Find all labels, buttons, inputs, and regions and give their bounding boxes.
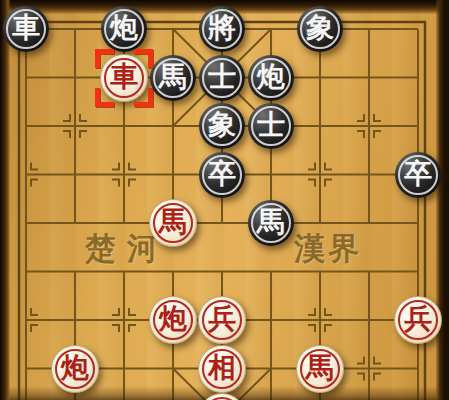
piece-label: 馬 — [159, 208, 187, 236]
piece-red-soldier[interactable]: 兵 — [198, 296, 246, 344]
piece-ring — [202, 58, 242, 98]
piece-label: 象 — [306, 14, 334, 42]
piece-label: 卒 — [404, 160, 432, 188]
piece-label: 炮 — [257, 63, 285, 91]
piece-ring — [202, 106, 242, 146]
piece-red-chariot[interactable]: 車 — [100, 54, 148, 102]
piece-black-elephant[interactable]: 象 — [199, 103, 245, 149]
piece-ring — [202, 349, 242, 389]
piece-label: 士 — [257, 111, 285, 139]
piece-black-advisor[interactable]: 士 — [199, 55, 245, 101]
piece-red-elephant[interactable]: 相 — [198, 345, 246, 393]
piece-ring — [153, 203, 193, 243]
piece-red-horse[interactable]: 馬 — [296, 345, 344, 393]
piece-ring — [55, 349, 95, 389]
piece-ring — [251, 106, 291, 146]
piece-ring — [398, 300, 438, 340]
piece-label: 兵 — [404, 305, 432, 333]
piece-red-cannon[interactable]: 炮 — [149, 296, 197, 344]
piece-ring — [300, 9, 340, 49]
piece-red-horse[interactable]: 馬 — [149, 199, 197, 247]
piece-ring — [202, 155, 242, 195]
piece-label: 馬 — [257, 208, 285, 236]
piece-label: 車 — [110, 63, 138, 91]
piece-label: 將 — [208, 14, 236, 42]
piece-label: 馬 — [159, 63, 187, 91]
piece-ring — [202, 300, 242, 340]
piece-black-soldier[interactable]: 卒 — [199, 152, 245, 198]
piece-ring — [251, 203, 291, 243]
piece-black-general[interactable]: 將 — [199, 6, 245, 52]
piece-label: 炮 — [159, 305, 187, 333]
piece-black-advisor[interactable]: 士 — [248, 103, 294, 149]
piece-ring — [300, 349, 340, 389]
piece-red-soldier[interactable]: 兵 — [394, 296, 442, 344]
piece-ring — [153, 300, 193, 340]
piece-black-horse[interactable]: 馬 — [150, 55, 196, 101]
piece-ring — [104, 58, 144, 98]
piece-ring — [251, 58, 291, 98]
piece-ring — [153, 58, 193, 98]
piece-black-cannon[interactable]: 炮 — [248, 55, 294, 101]
piece-ring — [202, 9, 242, 49]
piece-ring — [398, 155, 438, 195]
piece-label: 馬 — [306, 354, 334, 382]
river-label-han-jie: 漢界 — [294, 228, 362, 270]
piece-ring — [6, 9, 46, 49]
piece-label: 炮 — [110, 14, 138, 42]
piece-black-soldier[interactable]: 卒 — [395, 152, 441, 198]
piece-black-cannon[interactable]: 炮 — [101, 6, 147, 52]
piece-black-chariot[interactable]: 車 — [3, 6, 49, 52]
piece-black-elephant[interactable]: 象 — [297, 6, 343, 52]
piece-black-horse[interactable]: 馬 — [248, 200, 294, 246]
piece-red-cannon[interactable]: 炮 — [51, 345, 99, 393]
xiangqi-board[interactable]: 楚河 漢界 車炮將象車馬士炮象士卒卒馬馬炮兵兵炮相馬仕 — [0, 0, 449, 400]
piece-label: 兵 — [208, 305, 236, 333]
piece-label: 車 — [12, 14, 40, 42]
piece-label: 相 — [208, 354, 236, 382]
piece-label: 卒 — [208, 160, 236, 188]
piece-label: 士 — [208, 63, 236, 91]
piece-ring — [104, 9, 144, 49]
piece-label: 炮 — [61, 354, 89, 382]
piece-label: 象 — [208, 111, 236, 139]
